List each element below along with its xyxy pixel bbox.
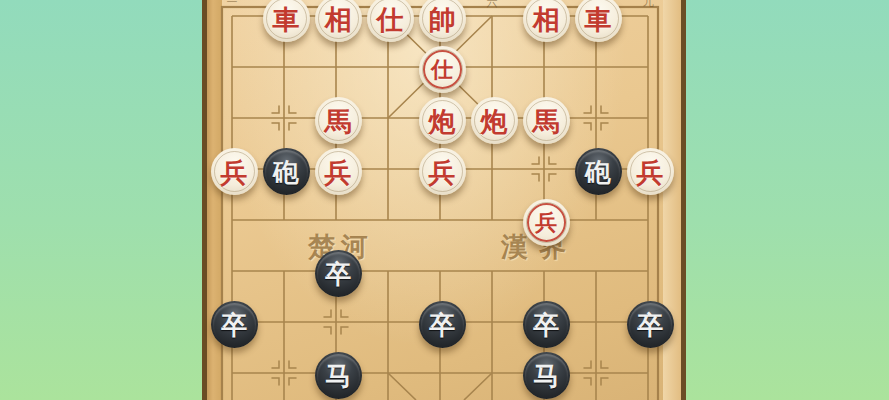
piece-glyph: 炮: [481, 107, 508, 135]
piece-glyph: 馬: [325, 107, 352, 135]
piece-glyph: 砲: [585, 158, 611, 185]
piece-glyph: 車: [585, 5, 612, 33]
board-edge-right: [681, 0, 686, 400]
piece-red-elephant[interactable]: 相: [523, 0, 570, 42]
piece-red-cannon[interactable]: 炮: [471, 97, 518, 144]
piece-glyph: 仕: [431, 58, 453, 81]
piece-black-horse[interactable]: 马: [315, 352, 362, 399]
piece-red-elephant[interactable]: 相: [315, 0, 362, 42]
piece-red-soldier[interactable]: 兵: [211, 148, 258, 195]
piece-glyph: 卒: [325, 260, 351, 287]
piece-glyph: 兵: [535, 211, 557, 234]
piece-red-general[interactable]: 帥: [419, 0, 466, 42]
piece-glyph: 馬: [533, 107, 560, 135]
piece-glyph: 卒: [533, 311, 559, 338]
piece-glyph: 兵: [221, 158, 248, 186]
piece-red-rook[interactable]: 車: [575, 0, 622, 42]
piece-glyph: 車: [273, 5, 300, 33]
piece-black-soldier[interactable]: 卒: [211, 301, 258, 348]
piece-black-soldier[interactable]: 卒: [315, 250, 362, 297]
piece-glyph: 卒: [637, 311, 663, 338]
piece-glyph: 帥: [429, 5, 456, 33]
piece-red-soldier[interactable]: 兵: [419, 148, 466, 195]
piece-red-rook[interactable]: 車: [263, 0, 310, 42]
piece-red-soldier[interactable]: 兵: [315, 148, 362, 195]
piece-black-cannon[interactable]: 砲: [575, 148, 622, 195]
piece-red-soldier[interactable]: 兵: [523, 199, 570, 246]
piece-glyph: 相: [533, 5, 560, 33]
piece-red-horse[interactable]: 馬: [523, 97, 570, 144]
piece-red-horse[interactable]: 馬: [315, 97, 362, 144]
piece-glyph: 卒: [429, 311, 455, 338]
pieces-layer: 車相仕帥相車仕馬炮炮馬兵砲兵兵砲兵兵卒卒卒卒卒马马: [206, 0, 674, 398]
piece-glyph: 马: [533, 362, 559, 389]
app-background: 楚河 漢界 一六九 車相仕帥相車仕馬炮炮馬兵砲兵兵砲兵兵卒卒卒卒卒马马: [0, 0, 889, 400]
piece-red-cannon[interactable]: 炮: [419, 97, 466, 144]
piece-glyph: 兵: [637, 158, 664, 186]
piece-red-advisor[interactable]: 仕: [419, 46, 466, 93]
piece-black-soldier[interactable]: 卒: [523, 301, 570, 348]
piece-glyph: 炮: [429, 107, 456, 135]
piece-red-advisor[interactable]: 仕: [367, 0, 414, 42]
piece-glyph: 相: [325, 5, 352, 33]
piece-black-soldier[interactable]: 卒: [419, 301, 466, 348]
piece-glyph: 砲: [273, 158, 299, 185]
piece-black-soldier[interactable]: 卒: [627, 301, 674, 348]
piece-glyph: 兵: [325, 158, 352, 186]
piece-black-horse[interactable]: 马: [523, 352, 570, 399]
piece-glyph: 卒: [221, 311, 247, 338]
piece-red-soldier[interactable]: 兵: [627, 148, 674, 195]
piece-glyph: 马: [325, 362, 351, 389]
piece-glyph: 兵: [429, 158, 456, 186]
piece-black-cannon[interactable]: 砲: [263, 148, 310, 195]
piece-glyph: 仕: [377, 5, 404, 33]
